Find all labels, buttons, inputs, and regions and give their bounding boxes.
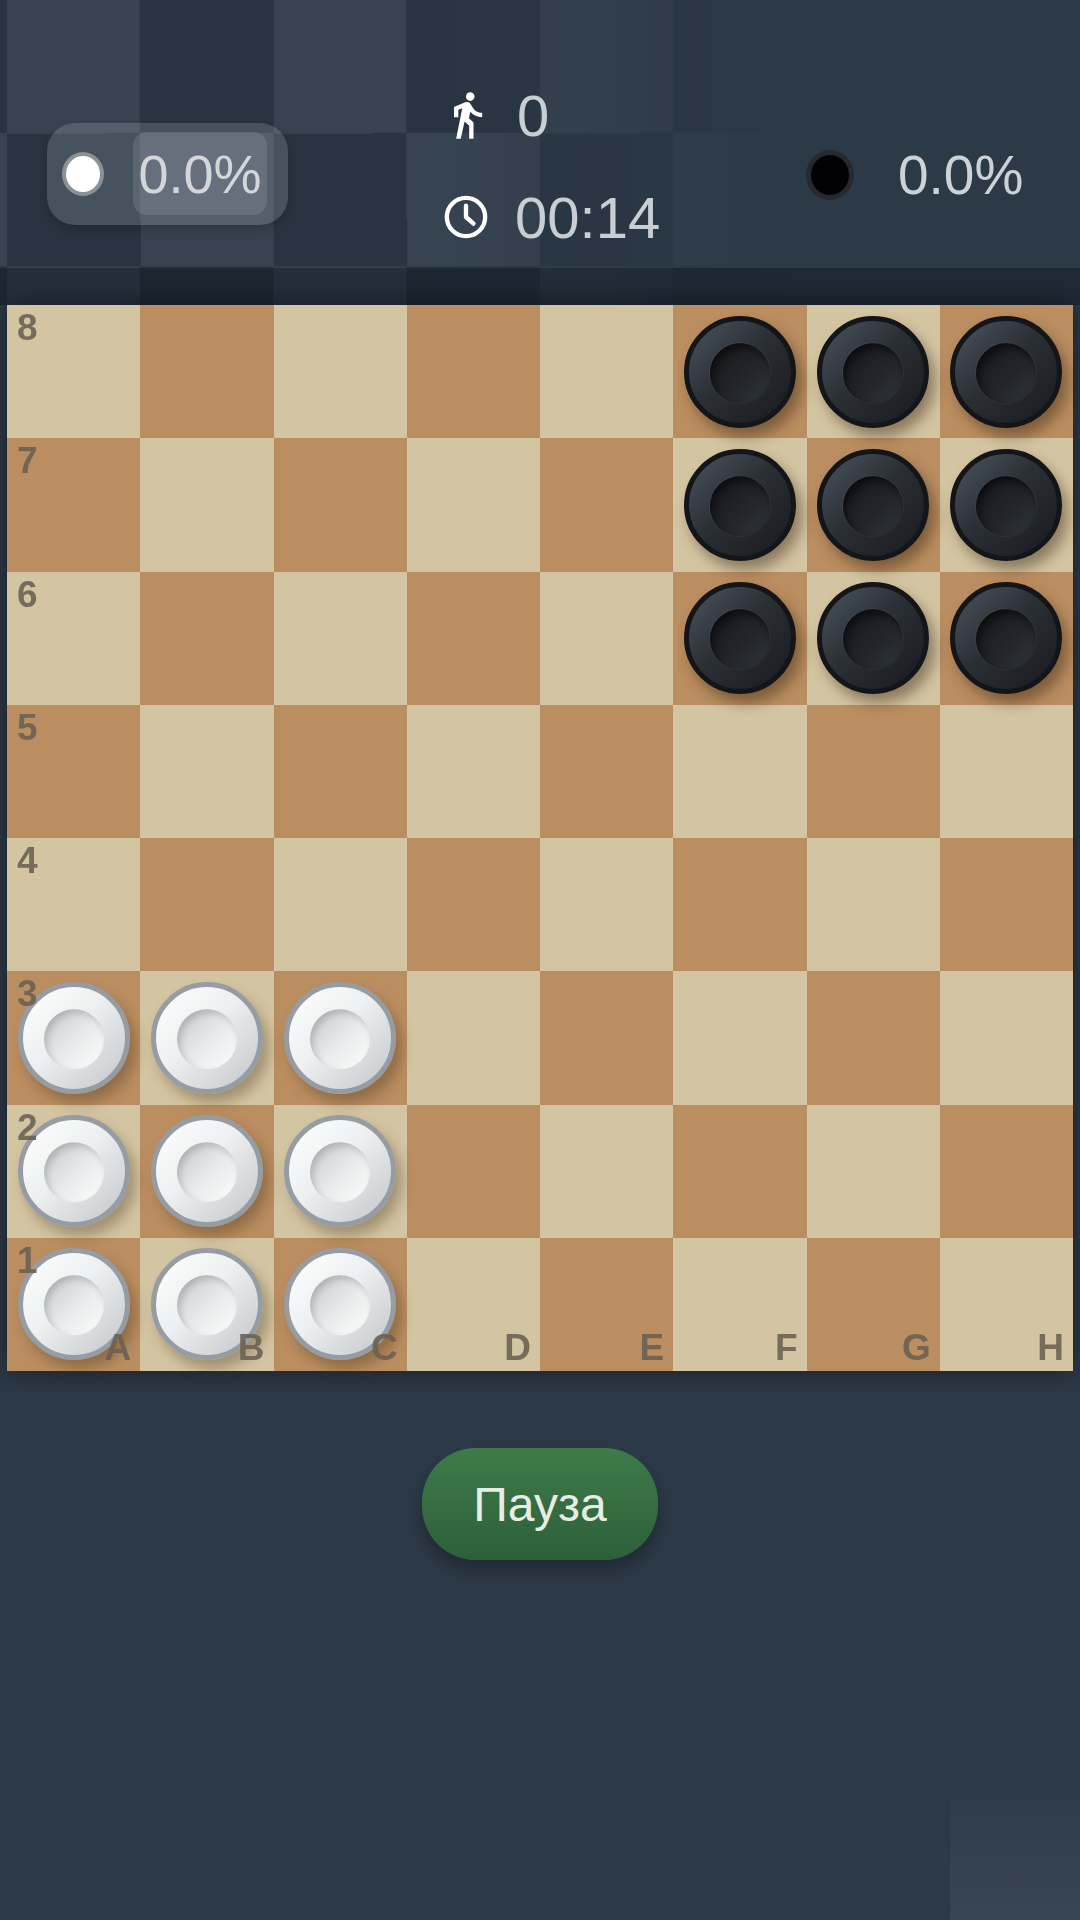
black-checker-piece[interactable] bbox=[950, 582, 1062, 694]
file-label-H: H bbox=[1037, 1327, 1064, 1369]
black-percent-value: 0.0% bbox=[898, 143, 1023, 207]
square-f8[interactable] bbox=[673, 305, 806, 438]
square-a2[interactable]: 2 bbox=[7, 1105, 140, 1238]
square-c1[interactable]: C bbox=[274, 1238, 407, 1371]
square-h7[interactable] bbox=[940, 438, 1073, 571]
square-d6[interactable] bbox=[407, 572, 540, 705]
black-checker-dot bbox=[806, 150, 854, 200]
header-dark-strip bbox=[0, 268, 1080, 305]
square-c6[interactable] bbox=[274, 572, 407, 705]
rank-label-4: 4 bbox=[17, 840, 38, 882]
square-e7[interactable] bbox=[540, 438, 673, 571]
bottom-right-glow bbox=[950, 1800, 1080, 1920]
square-b5[interactable] bbox=[140, 705, 273, 838]
black-checker-piece[interactable] bbox=[684, 582, 796, 694]
square-h1[interactable]: H bbox=[940, 1238, 1073, 1371]
square-a7[interactable]: 7 bbox=[7, 438, 140, 571]
square-c7[interactable] bbox=[274, 438, 407, 571]
square-g6[interactable] bbox=[807, 572, 940, 705]
square-e3[interactable] bbox=[540, 971, 673, 1104]
square-f3[interactable] bbox=[673, 971, 806, 1104]
square-a5[interactable]: 5 bbox=[7, 705, 140, 838]
black-checker-piece[interactable] bbox=[684, 316, 796, 428]
file-label-E: E bbox=[640, 1327, 665, 1369]
file-label-D: D bbox=[504, 1327, 531, 1369]
square-g4[interactable] bbox=[807, 838, 940, 971]
square-f7[interactable] bbox=[673, 438, 806, 571]
black-checker-piece[interactable] bbox=[950, 449, 1062, 561]
square-d8[interactable] bbox=[407, 305, 540, 438]
black-checker-piece[interactable] bbox=[817, 316, 929, 428]
square-f2[interactable] bbox=[673, 1105, 806, 1238]
square-e2[interactable] bbox=[540, 1105, 673, 1238]
square-c2[interactable] bbox=[274, 1105, 407, 1238]
rank-label-6: 6 bbox=[17, 574, 38, 616]
clock-icon bbox=[441, 192, 491, 242]
square-g3[interactable] bbox=[807, 971, 940, 1104]
file-label-F: F bbox=[775, 1327, 798, 1369]
rank-label-2: 2 bbox=[17, 1107, 38, 1149]
square-a6[interactable]: 6 bbox=[7, 572, 140, 705]
square-h2[interactable] bbox=[940, 1105, 1073, 1238]
square-h8[interactable] bbox=[940, 305, 1073, 438]
square-b2[interactable] bbox=[140, 1105, 273, 1238]
square-g8[interactable] bbox=[807, 305, 940, 438]
black-player-stat: 0.0% bbox=[806, 149, 1023, 201]
square-e5[interactable] bbox=[540, 705, 673, 838]
rank-label-1: 1 bbox=[17, 1240, 38, 1282]
rank-label-3: 3 bbox=[17, 973, 38, 1015]
square-f4[interactable] bbox=[673, 838, 806, 971]
square-c8[interactable] bbox=[274, 305, 407, 438]
file-label-G: G bbox=[902, 1327, 931, 1369]
square-d7[interactable] bbox=[407, 438, 540, 571]
square-f6[interactable] bbox=[673, 572, 806, 705]
square-g2[interactable] bbox=[807, 1105, 940, 1238]
moves-count: 0 bbox=[517, 82, 549, 149]
white-player-turn-chip: 0.0% bbox=[47, 123, 288, 225]
square-g1[interactable]: G bbox=[807, 1238, 940, 1371]
square-h4[interactable] bbox=[940, 838, 1073, 971]
rank-label-5: 5 bbox=[17, 707, 38, 749]
square-d3[interactable] bbox=[407, 971, 540, 1104]
square-b1[interactable]: B bbox=[140, 1238, 273, 1371]
square-d4[interactable] bbox=[407, 838, 540, 971]
white-checker-piece[interactable] bbox=[151, 982, 263, 1094]
file-label-C: C bbox=[371, 1327, 398, 1369]
black-checker-piece[interactable] bbox=[684, 449, 796, 561]
square-e8[interactable] bbox=[540, 305, 673, 438]
white-checker-piece[interactable] bbox=[284, 1115, 396, 1227]
walking-person-icon bbox=[441, 89, 493, 141]
square-c4[interactable] bbox=[274, 838, 407, 971]
square-b7[interactable] bbox=[140, 438, 273, 571]
square-e4[interactable] bbox=[540, 838, 673, 971]
square-a8[interactable]: 8 bbox=[7, 305, 140, 438]
square-b8[interactable] bbox=[140, 305, 273, 438]
square-g7[interactable] bbox=[807, 438, 940, 571]
file-label-B: B bbox=[238, 1327, 265, 1369]
square-d5[interactable] bbox=[407, 705, 540, 838]
square-d1[interactable]: D bbox=[407, 1238, 540, 1371]
white-checker-piece[interactable] bbox=[284, 982, 396, 1094]
square-e6[interactable] bbox=[540, 572, 673, 705]
pause-button[interactable]: Пауза bbox=[422, 1448, 658, 1560]
square-c3[interactable] bbox=[274, 971, 407, 1104]
square-a3[interactable]: 3 bbox=[7, 971, 140, 1104]
game-board[interactable]: 87654321ABCDEFGH bbox=[7, 305, 1073, 1371]
black-checker-piece[interactable] bbox=[817, 582, 929, 694]
square-d2[interactable] bbox=[407, 1105, 540, 1238]
square-h3[interactable] bbox=[940, 971, 1073, 1104]
file-label-A: A bbox=[105, 1327, 132, 1369]
moves-row: 0 bbox=[441, 86, 660, 144]
black-checker-piece[interactable] bbox=[950, 316, 1062, 428]
square-b6[interactable] bbox=[140, 572, 273, 705]
square-b3[interactable] bbox=[140, 971, 273, 1104]
white-percent-value: 0.0% bbox=[138, 143, 261, 205]
square-f5[interactable] bbox=[673, 705, 806, 838]
black-checker-piece[interactable] bbox=[817, 449, 929, 561]
square-h6[interactable] bbox=[940, 572, 1073, 705]
square-a1[interactable]: 1A bbox=[7, 1238, 140, 1371]
rank-label-7: 7 bbox=[17, 440, 38, 482]
square-c5[interactable] bbox=[274, 705, 407, 838]
timer-value: 00:14 bbox=[515, 184, 660, 251]
square-h5[interactable] bbox=[940, 705, 1073, 838]
square-e1[interactable]: E bbox=[540, 1238, 673, 1371]
white-checker-piece[interactable] bbox=[151, 1115, 263, 1227]
white-percent-panel: 0.0% bbox=[133, 132, 267, 215]
timer-row: 00:14 bbox=[441, 188, 660, 246]
white-checker-dot bbox=[62, 152, 104, 196]
square-f1[interactable]: F bbox=[673, 1238, 806, 1371]
game-stats: 0 00:14 bbox=[441, 86, 660, 246]
square-g5[interactable] bbox=[807, 705, 940, 838]
square-b4[interactable] bbox=[140, 838, 273, 971]
rank-label-8: 8 bbox=[17, 307, 38, 349]
square-a4[interactable]: 4 bbox=[7, 838, 140, 971]
